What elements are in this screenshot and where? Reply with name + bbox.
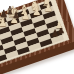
- board-frame: ♜♞♝♛♚♝♞♜♟♟♟♟♟♟♟♟: [0, 0, 74, 74]
- chess-set-photo: ♜♞♝♛♚♝♞♜♟♟♟♟♟♟♟♟ ♟♝♟♟♟♟: [0, 0, 74, 74]
- board-grid: ♜♞♝♛♚♝♞♜♟♟♟♟♟♟♟♟: [0, 1, 64, 70]
- board-margin: ♜♞♝♛♚♝♞♜♟♟♟♟♟♟♟♟: [0, 0, 69, 74]
- chess-board: ♜♞♝♛♚♝♞♜♟♟♟♟♟♟♟♟: [0, 0, 74, 74]
